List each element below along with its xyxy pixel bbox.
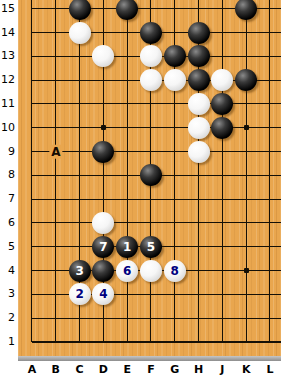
grid-line-v [198,163,199,187]
grid-line-h [32,175,44,176]
grid-line-v [79,140,80,164]
point-L1[interactable] [258,330,281,354]
point-L8[interactable] [258,163,281,187]
point-L6[interactable] [258,211,281,235]
point-G14[interactable] [163,21,187,45]
row-label-8: 8 [0,168,15,182]
point-E9[interactable] [115,140,139,164]
grid-line-v [246,92,247,116]
point-D3[interactable]: 4 [91,282,115,306]
point-K6[interactable] [234,211,258,235]
grid-line-h [32,103,44,104]
point-H5[interactable] [187,235,211,259]
white-stone-H10 [188,117,210,139]
grid-line-v [222,163,223,187]
point-F13[interactable] [139,45,163,69]
grid-line-v [150,116,151,140]
point-C11[interactable] [68,92,92,116]
grid-line-v [127,68,128,92]
point-D1[interactable] [91,330,115,354]
black-stone-C4: 3 [69,260,91,282]
grid-line-v [31,330,32,342]
grid-line-v [222,140,223,164]
grid-line-v [246,21,247,45]
grid-line-v [127,330,128,342]
black-stone-D4 [92,260,114,282]
point-L13[interactable] [258,45,281,69]
grid-line-v [79,211,80,235]
grid-line-v [198,187,199,211]
col-label-A: A [25,363,39,377]
point-F10[interactable] [139,116,163,140]
black-stone-E15 [116,0,138,20]
point-K15[interactable] [234,0,258,21]
grid-line-h [32,80,44,81]
grid-line-v [246,45,247,69]
grid-line-v [127,140,128,164]
grid-line-v [150,140,151,164]
white-stone-C3: 2 [69,283,91,305]
black-stone-H12 [188,69,210,91]
move-number-8: 8 [171,265,179,277]
grid-line-v [55,0,56,21]
row-label-12: 12 [0,73,15,87]
point-F11[interactable] [139,92,163,116]
point-D10[interactable] [91,116,115,140]
black-stone-J11 [211,93,233,115]
point-H10[interactable] [187,116,211,140]
point-F2[interactable] [139,306,163,330]
grid-line-v [246,211,247,235]
point-G1[interactable] [163,330,187,354]
grid-line-v [174,163,175,187]
point-K10[interactable] [234,116,258,140]
grid-line-v [269,259,270,283]
grid-line-v [55,187,56,211]
grid-line-v [103,92,104,116]
point-C5[interactable] [68,235,92,259]
point-A10[interactable] [20,116,44,140]
grid-line-v [174,211,175,235]
point-D5[interactable]: 7 [91,235,115,259]
grid-line-v [127,163,128,187]
row-coordinate-labels: 151413121110987654321 [0,0,16,356]
grid-line-h [32,127,44,128]
point-J1[interactable] [210,330,234,354]
point-E8[interactable] [115,163,139,187]
point-G9[interactable] [163,140,187,164]
point-B13[interactable] [44,45,68,69]
point-K14[interactable] [234,21,258,45]
grid-line-v [269,68,270,92]
grid-line-h [32,341,44,343]
grid-line-v [55,306,56,330]
point-B15[interactable] [44,0,68,21]
row-label-15: 15 [0,2,15,16]
point-F1[interactable] [139,330,163,354]
point-J8[interactable] [210,163,234,187]
row-label-3: 3 [0,287,15,301]
white-stone-D3: 4 [92,283,114,305]
point-F8[interactable] [139,163,163,187]
point-G5[interactable] [163,235,187,259]
grid-line-v [31,306,32,330]
grid-line-v [103,306,104,330]
move-number-1: 1 [123,241,131,253]
point-F12[interactable] [139,68,163,92]
point-J4[interactable] [210,259,234,283]
grid-line-v [31,68,32,92]
point-K9[interactable] [234,140,258,164]
grid-line-v [174,235,175,259]
point-D11[interactable] [91,92,115,116]
col-label-C: C [73,363,87,377]
grid-line-v [174,116,175,140]
point-D2[interactable] [91,306,115,330]
grid-line-v [127,21,128,45]
point-K12[interactable] [234,68,258,92]
black-stone-H14 [188,22,210,44]
point-B14[interactable] [44,21,68,45]
point-G12[interactable] [163,68,187,92]
point-B2[interactable] [44,306,68,330]
grid-line-v [55,68,56,92]
point-E4[interactable]: 6 [115,259,139,283]
point-H4[interactable] [187,259,211,283]
col-label-G: G [168,363,182,377]
point-E2[interactable] [115,306,139,330]
board-bottom-edge [18,356,281,361]
grid-line-v [269,92,270,116]
board-grid: A71536824 [20,0,281,354]
grid-line-v [174,187,175,211]
point-D8[interactable] [91,163,115,187]
point-E3[interactable] [115,282,139,306]
point-L11[interactable] [258,92,281,116]
point-H8[interactable] [187,163,211,187]
point-G6[interactable] [163,211,187,235]
point-D13[interactable] [91,45,115,69]
point-H2[interactable] [187,306,211,330]
point-L5[interactable] [258,235,281,259]
point-C1[interactable] [68,330,92,354]
point-C13[interactable] [68,45,92,69]
point-C15[interactable] [68,0,92,21]
point-B4[interactable] [44,259,68,283]
grid-line-v [174,21,175,45]
point-G8[interactable] [163,163,187,187]
grid-line-v [198,306,199,330]
grid-line-v [103,187,104,211]
point-C9[interactable] [68,140,92,164]
point-A11[interactable] [20,92,44,116]
move-number-7: 7 [99,241,107,253]
point-G2[interactable] [163,306,187,330]
point-D6[interactable] [91,211,115,235]
point-J9[interactable] [210,140,234,164]
row-label-10: 10 [0,121,15,135]
grid-line-v [222,0,223,21]
point-A14[interactable] [20,21,44,45]
point-B8[interactable] [44,163,68,187]
white-stone-D6 [92,212,114,234]
grid-line-v [222,259,223,283]
point-B9[interactable]: A [44,140,68,164]
star-point-K4 [244,268,249,273]
point-L3[interactable] [258,282,281,306]
move-number-5: 5 [147,241,155,253]
grid-line-v [198,330,199,342]
grid-line-v [103,0,104,21]
point-E10[interactable] [115,116,139,140]
white-stone-F13 [140,45,162,67]
grid-line-v [31,282,32,306]
point-E15[interactable] [115,0,139,21]
grid-line-h [32,8,44,9]
point-H3[interactable] [187,282,211,306]
point-D15[interactable] [91,0,115,21]
black-stone-C15 [69,0,91,20]
grid-line-v [55,211,56,235]
grid-line-v [269,116,270,140]
grid-line-v [246,163,247,187]
grid-line-v [269,0,270,21]
point-J11[interactable] [210,92,234,116]
point-J10[interactable] [210,116,234,140]
point-E5[interactable]: 1 [115,235,139,259]
grid-line-v [222,306,223,330]
black-stone-F8 [140,164,162,186]
grid-line-v [127,92,128,116]
point-A9[interactable] [20,140,44,164]
point-K1[interactable] [234,330,258,354]
point-A1[interactable] [20,330,44,354]
point-L14[interactable] [258,21,281,45]
grid-line-v [269,187,270,211]
point-H1[interactable] [187,330,211,354]
point-J15[interactable] [210,0,234,21]
point-B6[interactable] [44,211,68,235]
grid-line-v [269,21,270,45]
row-label-13: 13 [0,49,15,63]
point-E14[interactable] [115,21,139,45]
point-H13[interactable] [187,45,211,69]
grid-line-v [269,235,270,259]
row-label-6: 6 [0,216,15,230]
point-F14[interactable] [139,21,163,45]
grid-line-v [174,282,175,306]
point-J14[interactable] [210,21,234,45]
grid-line-v [55,163,56,187]
point-H11[interactable] [187,92,211,116]
point-F6[interactable] [139,211,163,235]
point-J2[interactable] [210,306,234,330]
point-L9[interactable] [258,140,281,164]
point-G11[interactable] [163,92,187,116]
move-number-6: 6 [123,265,131,277]
point-label-A: A [49,144,62,158]
point-A8[interactable] [20,163,44,187]
point-G10[interactable] [163,116,187,140]
point-L10[interactable] [258,116,281,140]
point-G13[interactable] [163,45,187,69]
grid-line-v [127,282,128,306]
point-B10[interactable] [44,116,68,140]
col-label-J: J [215,363,229,377]
point-L12[interactable] [258,68,281,92]
point-H9[interactable] [187,140,211,164]
point-A15[interactable] [20,0,44,21]
grid-line-v [222,21,223,45]
point-H12[interactable] [187,68,211,92]
point-F5[interactable]: 5 [139,235,163,259]
grid-line-v [31,21,32,45]
point-A6[interactable] [20,211,44,235]
point-A4[interactable] [20,259,44,283]
point-J7[interactable] [210,187,234,211]
star-point-K10 [244,125,249,130]
point-J5[interactable] [210,235,234,259]
grid-line-v [150,330,151,342]
point-F4[interactable] [139,259,163,283]
point-K3[interactable] [234,282,258,306]
point-D14[interactable] [91,21,115,45]
grid-line-v [269,330,270,342]
point-B1[interactable] [44,330,68,354]
point-F7[interactable] [139,187,163,211]
point-D12[interactable] [91,68,115,92]
point-B5[interactable] [44,235,68,259]
point-A13[interactable] [20,45,44,69]
grid-line-v [269,45,270,69]
point-E1[interactable] [115,330,139,354]
point-H7[interactable] [187,187,211,211]
grid-line-h [32,56,44,57]
point-C3[interactable]: 2 [68,282,92,306]
point-G7[interactable] [163,187,187,211]
grid-line-v [269,140,270,164]
point-E12[interactable] [115,68,139,92]
point-K11[interactable] [234,92,258,116]
point-C4[interactable]: 3 [68,259,92,283]
grid-line-v [31,116,32,140]
point-K7[interactable] [234,187,258,211]
point-J6[interactable] [210,211,234,235]
point-E11[interactable] [115,92,139,116]
point-B7[interactable] [44,187,68,211]
point-F15[interactable] [139,0,163,21]
point-C8[interactable] [68,163,92,187]
point-A7[interactable] [20,187,44,211]
point-L4[interactable] [258,259,281,283]
point-H6[interactable] [187,211,211,235]
grid-line-v [31,187,32,211]
grid-line-v [246,282,247,306]
grid-line-h [32,199,44,200]
point-C12[interactable] [68,68,92,92]
grid-line-v [103,68,104,92]
point-D7[interactable] [91,187,115,211]
point-C6[interactable] [68,211,92,235]
point-D9[interactable] [91,140,115,164]
grid-line-v [55,330,56,342]
row-label-2: 2 [0,311,15,325]
point-F3[interactable] [139,282,163,306]
point-E13[interactable] [115,45,139,69]
point-E6[interactable] [115,211,139,235]
point-C10[interactable] [68,116,92,140]
point-L7[interactable] [258,187,281,211]
point-A2[interactable] [20,306,44,330]
point-H15[interactable] [187,0,211,21]
black-stone-G13 [164,45,186,67]
grid-line-v [222,235,223,259]
grid-line-v [198,282,199,306]
point-F9[interactable] [139,140,163,164]
row-label-4: 4 [0,264,15,278]
point-A3[interactable] [20,282,44,306]
grid-line-v [246,306,247,330]
grid-line-v [79,45,80,69]
grid-line-v [174,0,175,21]
point-C7[interactable] [68,187,92,211]
point-B11[interactable] [44,92,68,116]
point-A12[interactable] [20,68,44,92]
point-G15[interactable] [163,0,187,21]
col-label-F: F [144,363,158,377]
grid-line-v [174,330,175,342]
grid-line-v [174,306,175,330]
point-E7[interactable] [115,187,139,211]
grid-line-v [150,306,151,330]
grid-line-v [55,235,56,259]
point-B12[interactable] [44,68,68,92]
white-stone-D13 [92,45,114,67]
point-K13[interactable] [234,45,258,69]
black-stone-F14 [140,22,162,44]
grid-line-v [150,187,151,211]
point-G4[interactable]: 8 [163,259,187,283]
point-H14[interactable] [187,21,211,45]
point-J13[interactable] [210,45,234,69]
white-stone-H9 [188,141,210,163]
black-stone-K12 [235,69,257,91]
point-J3[interactable] [210,282,234,306]
grid-line-v [31,163,32,187]
point-K2[interactable] [234,306,258,330]
point-L15[interactable] [258,0,281,21]
point-C14[interactable] [68,21,92,45]
point-B3[interactable] [44,282,68,306]
grid-line-v [246,235,247,259]
point-L2[interactable] [258,306,281,330]
point-J12[interactable] [210,68,234,92]
grid-line-v [79,330,80,342]
row-label-5: 5 [0,240,15,254]
point-A5[interactable] [20,235,44,259]
point-C2[interactable] [68,306,92,330]
grid-line-v [31,0,32,21]
point-K8[interactable] [234,163,258,187]
point-G3[interactable] [163,282,187,306]
grid-line-v [150,282,151,306]
point-K4[interactable] [234,259,258,283]
grid-line-v [55,21,56,45]
grid-line-v [79,92,80,116]
point-K5[interactable] [234,235,258,259]
point-D4[interactable] [91,259,115,283]
grid-line-v [246,330,247,342]
